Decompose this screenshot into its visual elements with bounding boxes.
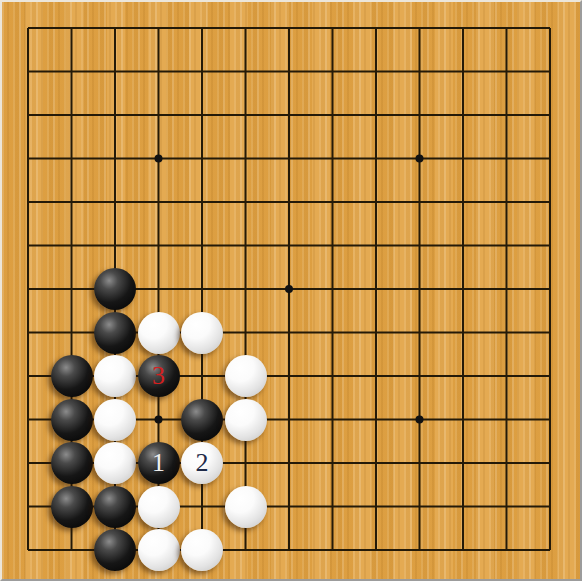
move-number-label: 3 bbox=[152, 363, 165, 389]
stone-black-move-3[interactable]: 3 bbox=[138, 355, 180, 397]
stone-black[interactable] bbox=[181, 399, 223, 441]
stone-white-move-2[interactable]: 2 bbox=[181, 442, 223, 484]
stone-white[interactable] bbox=[225, 355, 267, 397]
stone-white[interactable] bbox=[138, 529, 180, 571]
go-board[interactable]: 312 bbox=[0, 0, 582, 581]
stone-black[interactable] bbox=[94, 529, 136, 571]
stone-white[interactable] bbox=[138, 486, 180, 528]
stone-black[interactable] bbox=[94, 486, 136, 528]
stone-white[interactable] bbox=[181, 529, 223, 571]
stone-white[interactable] bbox=[225, 486, 267, 528]
stone-white[interactable] bbox=[94, 399, 136, 441]
stone-black[interactable] bbox=[51, 486, 93, 528]
stone-black[interactable] bbox=[51, 442, 93, 484]
move-number-label: 2 bbox=[196, 450, 209, 476]
stone-layer: 312 bbox=[6, 6, 572, 572]
stone-white[interactable] bbox=[181, 312, 223, 354]
stone-black[interactable] bbox=[94, 268, 136, 310]
stone-white[interactable] bbox=[94, 442, 136, 484]
stone-black[interactable] bbox=[51, 399, 93, 441]
stone-white[interactable] bbox=[94, 355, 136, 397]
stone-black[interactable] bbox=[51, 355, 93, 397]
stone-black-move-1[interactable]: 1 bbox=[138, 442, 180, 484]
move-number-label: 1 bbox=[152, 450, 165, 476]
stone-white[interactable] bbox=[225, 399, 267, 441]
stone-black[interactable] bbox=[94, 312, 136, 354]
stone-white[interactable] bbox=[138, 312, 180, 354]
